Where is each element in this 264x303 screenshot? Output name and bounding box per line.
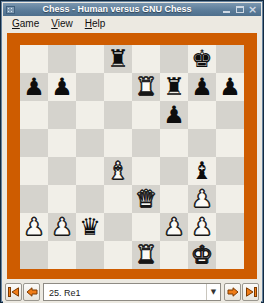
square-a8[interactable]: [20, 45, 48, 73]
minimize-icon: [223, 11, 230, 13]
square-g8[interactable]: ♚: [188, 45, 216, 73]
square-b5[interactable]: [48, 129, 76, 157]
square-g2[interactable]: ♟: [188, 213, 216, 241]
menu-view[interactable]: View: [45, 17, 79, 31]
piece-wp-f2: ♟: [160, 213, 188, 241]
square-b7[interactable]: ♟: [48, 73, 76, 101]
square-h6[interactable]: [216, 101, 244, 129]
piece-br-f7: ♜: [160, 73, 188, 101]
square-f4[interactable]: [160, 157, 188, 185]
square-b6[interactable]: [48, 101, 76, 129]
square-e4[interactable]: [132, 157, 160, 185]
square-b8[interactable]: [48, 45, 76, 73]
square-a2[interactable]: ♟: [20, 213, 48, 241]
square-e1[interactable]: ♜: [132, 241, 160, 269]
square-b2[interactable]: ♟: [48, 213, 76, 241]
square-d7[interactable]: [104, 73, 132, 101]
square-a5[interactable]: [20, 129, 48, 157]
previous-move-button[interactable]: [23, 283, 40, 301]
square-a7[interactable]: ♟: [20, 73, 48, 101]
square-g3[interactable]: ♟: [188, 185, 216, 213]
square-e7[interactable]: ♜: [132, 73, 160, 101]
titlebar[interactable]: Chess - Human versus GNU Chess ×: [3, 3, 261, 16]
close-button[interactable]: ×: [247, 5, 258, 15]
square-g1[interactable]: ♚: [188, 241, 216, 269]
square-c6[interactable]: [76, 101, 104, 129]
square-g7[interactable]: ♟: [188, 73, 216, 101]
move-selector[interactable]: 25. Re1 ▼: [43, 283, 221, 301]
square-d2[interactable]: [104, 213, 132, 241]
square-h3[interactable]: [216, 185, 244, 213]
piece-bp-g7: ♟: [188, 73, 216, 101]
last-move-icon: [245, 287, 257, 297]
square-c8[interactable]: [76, 45, 104, 73]
piece-wk-g1: ♚: [188, 241, 216, 269]
square-d4[interactable]: ♝: [104, 157, 132, 185]
square-g5[interactable]: [188, 129, 216, 157]
square-d6[interactable]: [104, 101, 132, 129]
piece-bp-f6: ♟: [160, 101, 188, 129]
piece-wb-d4: ♝: [104, 157, 132, 185]
square-f1[interactable]: [160, 241, 188, 269]
piece-wr-e1: ♜: [132, 241, 160, 269]
square-a1[interactable]: [20, 241, 48, 269]
square-h2[interactable]: [216, 213, 244, 241]
square-e8[interactable]: [132, 45, 160, 73]
square-g6[interactable]: [188, 101, 216, 129]
square-c7[interactable]: [76, 73, 104, 101]
close-icon: ×: [248, 5, 257, 15]
square-a4[interactable]: [20, 157, 48, 185]
square-c1[interactable]: [76, 241, 104, 269]
move-selector-value: 25. Re1: [44, 284, 206, 300]
square-h4[interactable]: [216, 157, 244, 185]
menu-help[interactable]: Help: [79, 17, 112, 31]
piece-bp-a7: ♟: [20, 73, 48, 101]
square-c5[interactable]: [76, 129, 104, 157]
previous-move-icon: [26, 287, 38, 297]
board-frame: ♜♚♟♟♜♜♟♟♟♝♝♛♟♟♟♛♟♟♜♚: [7, 33, 257, 279]
maximize-icon: [236, 6, 244, 13]
piece-bp-h7: ♟: [216, 73, 244, 101]
square-f3[interactable]: [160, 185, 188, 213]
square-d8[interactable]: ♜: [104, 45, 132, 73]
minimize-button[interactable]: [221, 5, 232, 15]
menubar: Game View Help: [3, 16, 261, 32]
first-move-button[interactable]: [5, 283, 22, 301]
window-menu-icon[interactable]: [6, 6, 15, 14]
square-e5[interactable]: [132, 129, 160, 157]
square-h1[interactable]: [216, 241, 244, 269]
piece-bp-b7: ♟: [48, 73, 76, 101]
window-title: Chess - Human versus GNU Chess: [15, 3, 219, 16]
chess-app-window: Chess - Human versus GNU Chess × Game Vi…: [0, 0, 264, 303]
piece-bk-g8: ♚: [188, 45, 216, 73]
square-b1[interactable]: [48, 241, 76, 269]
square-d3[interactable]: [104, 185, 132, 213]
square-h7[interactable]: ♟: [216, 73, 244, 101]
piece-wp-g3: ♟: [188, 185, 216, 213]
piece-wr-e7: ♜: [132, 73, 160, 101]
square-f7[interactable]: ♜: [160, 73, 188, 101]
menu-game[interactable]: Game: [6, 17, 45, 31]
piece-wp-b2: ♟: [48, 213, 76, 241]
piece-wp-a2: ♟: [20, 213, 48, 241]
square-d5[interactable]: [104, 129, 132, 157]
maximize-button[interactable]: [234, 5, 245, 15]
square-f2[interactable]: ♟: [160, 213, 188, 241]
move-navigation-toolbar: 25. Re1 ▼: [3, 280, 261, 303]
square-c2[interactable]: ♛: [76, 213, 104, 241]
next-move-icon: [227, 287, 239, 297]
square-a3[interactable]: [20, 185, 48, 213]
piece-wp-g2: ♟: [188, 213, 216, 241]
square-d1[interactable]: [104, 241, 132, 269]
square-e6[interactable]: [132, 101, 160, 129]
square-h5[interactable]: [216, 129, 244, 157]
piece-wq-e3: ♛: [132, 185, 160, 213]
square-h8[interactable]: [216, 45, 244, 73]
square-f6[interactable]: ♟: [160, 101, 188, 129]
next-move-button[interactable]: [224, 283, 241, 301]
square-c4[interactable]: [76, 157, 104, 185]
square-f5[interactable]: [160, 129, 188, 157]
square-e3[interactable]: ♛: [132, 185, 160, 213]
first-move-icon: [8, 287, 20, 297]
square-e2[interactable]: [132, 213, 160, 241]
last-move-button[interactable]: [242, 283, 259, 301]
dropdown-arrow-icon[interactable]: ▼: [206, 284, 220, 300]
square-b4[interactable]: [48, 157, 76, 185]
piece-br-d8: ♜: [104, 45, 132, 73]
piece-bq-c2: ♛: [76, 213, 104, 241]
square-b3[interactable]: [48, 185, 76, 213]
square-g4[interactable]: ♝: [188, 157, 216, 185]
square-a6[interactable]: [20, 101, 48, 129]
chess-board: ♜♚♟♟♜♜♟♟♟♝♝♛♟♟♟♛♟♟♜♚: [20, 45, 244, 269]
piece-bb-g4: ♝: [188, 157, 216, 185]
square-c3[interactable]: [76, 185, 104, 213]
square-f8[interactable]: [160, 45, 188, 73]
